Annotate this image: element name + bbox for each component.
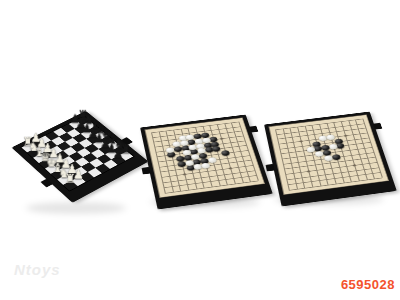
- black-go-stone: [177, 161, 186, 167]
- black-go-stone: [186, 165, 195, 171]
- go-grid: [151, 122, 258, 193]
- latch-clip-icon: [373, 123, 383, 130]
- star-point: [300, 140, 303, 142]
- white-chess-piece: ♜: [63, 173, 77, 186]
- go-surface: [144, 117, 265, 198]
- grid-line: [165, 181, 258, 194]
- product-photo: ♜♟♟♜♞♟♟♞♝♟♟♝♛♟♟♛♚♟♟♚♝♟♟♝♞♟♟♞♜♟♟♜: [0, 0, 400, 300]
- grid-line: [160, 160, 251, 173]
- white-go-stone: [324, 155, 333, 161]
- black-go-stone: [167, 152, 176, 158]
- white-go-stone: [201, 163, 210, 169]
- star-point: [183, 173, 187, 175]
- latch-clip-icon: [141, 167, 150, 175]
- white-go-stone: [328, 144, 337, 150]
- latch-clip-icon: [40, 178, 53, 187]
- black-go-stone: [212, 146, 221, 152]
- grid-line: [284, 157, 375, 170]
- white-go-stone: [306, 147, 315, 153]
- grid-line: [285, 162, 377, 175]
- white-go-stone: [315, 151, 324, 157]
- latch-clip-icon: [265, 164, 274, 172]
- grid-line: [287, 172, 380, 185]
- grid-line: [289, 178, 382, 191]
- black-go-stone: [331, 154, 340, 160]
- star-point: [229, 167, 233, 169]
- black-chess-piece: ♟: [111, 148, 125, 161]
- latch-clip-icon: [249, 126, 259, 133]
- grid-line: [286, 167, 378, 180]
- white-go-stone: [194, 164, 203, 170]
- grid-line: [161, 165, 253, 178]
- board-shadow: [26, 202, 126, 214]
- black-go-stone: [192, 159, 201, 165]
- white-go-stone: [326, 134, 335, 140]
- white-go-stone: [185, 160, 194, 166]
- star-point: [220, 138, 223, 140]
- grid-line: [163, 175, 256, 188]
- chess-board-frame: ♜♟♟♜♞♟♟♞♝♟♟♝♛♟♟♛♚♟♟♚♝♟♟♝♞♟♟♞♜♟♟♜: [12, 111, 149, 203]
- black-go-stone: [221, 150, 230, 156]
- black-go-stone: [336, 143, 345, 149]
- white-go-stone: [207, 157, 216, 163]
- go-surface: [268, 114, 389, 195]
- star-point: [344, 135, 347, 137]
- go-grid: [275, 119, 382, 190]
- star-point: [353, 164, 357, 166]
- product-number: 6595028: [341, 277, 395, 292]
- go-board-frame: [140, 115, 273, 210]
- grid-line: [162, 170, 254, 183]
- watermark-logo: Ntoys: [14, 261, 61, 278]
- chess-pieces: ♜♟♟♜♞♟♟♞♝♟♟♝♛♟♟♛♚♟♟♚♝♟♟♝♞♟♟♞♜♟♟♜: [20, 116, 132, 190]
- star-point: [307, 170, 311, 172]
- go-board-2: [260, 81, 400, 241]
- go-board-frame: [264, 112, 397, 207]
